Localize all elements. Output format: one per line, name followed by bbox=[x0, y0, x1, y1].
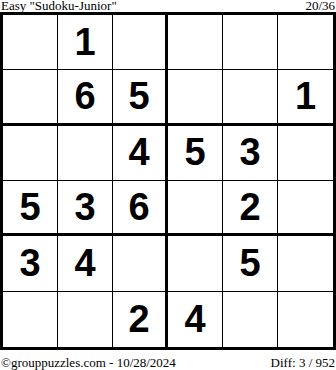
cell-r5c4-empty[interactable] bbox=[168, 236, 223, 291]
cell-r1c1-empty[interactable] bbox=[3, 15, 58, 70]
puzzle-title: Easy "Sudoku-Junior" bbox=[0, 0, 117, 12]
cell-r3c1-empty[interactable] bbox=[3, 126, 58, 181]
cell-r6c5-empty[interactable] bbox=[223, 292, 278, 347]
cell-r3c4-given: 5 bbox=[168, 126, 223, 181]
cell-r5c5-given: 5 bbox=[223, 236, 278, 291]
cell-r1c4-empty[interactable] bbox=[168, 15, 223, 70]
cell-r5c1-given: 3 bbox=[3, 236, 58, 291]
cell-r4c5-given: 2 bbox=[223, 181, 278, 236]
difficulty-text: Diff: 3 / 952 bbox=[271, 355, 336, 370]
cell-r3c2-empty[interactable] bbox=[58, 126, 113, 181]
cell-r4c3-given: 6 bbox=[113, 181, 168, 236]
cell-r2c5-empty[interactable] bbox=[223, 70, 278, 125]
puzzle-page: Easy "Sudoku-Junior" 20/36 1651453536234… bbox=[0, 0, 336, 370]
empty-cell-counter: 20/36 bbox=[305, 0, 336, 12]
cell-r5c3-empty[interactable] bbox=[113, 236, 168, 291]
footer: ©grouppuzzles.com - 10/28/2024 Diff: 3 /… bbox=[0, 352, 336, 370]
cell-r6c3-given: 2 bbox=[113, 292, 168, 347]
cell-r2c2-given: 6 bbox=[58, 70, 113, 125]
cell-r4c2-given: 3 bbox=[58, 181, 113, 236]
cell-r6c6-empty[interactable] bbox=[278, 292, 333, 347]
cell-r5c6-empty[interactable] bbox=[278, 236, 333, 291]
cell-r4c6-empty[interactable] bbox=[278, 181, 333, 236]
cell-r2c1-empty[interactable] bbox=[3, 70, 58, 125]
cell-r2c6-given: 1 bbox=[278, 70, 333, 125]
cell-r3c3-given: 4 bbox=[113, 126, 168, 181]
header: Easy "Sudoku-Junior" 20/36 bbox=[0, 0, 336, 12]
cell-r3c5-given: 3 bbox=[223, 126, 278, 181]
cell-r1c5-empty[interactable] bbox=[223, 15, 278, 70]
cell-r4c1-given: 5 bbox=[3, 181, 58, 236]
sudoku-board: 1651453536234524 bbox=[0, 12, 336, 350]
cell-r2c4-empty[interactable] bbox=[168, 70, 223, 125]
cell-r2c3-given: 5 bbox=[113, 70, 168, 125]
copyright-text: ©grouppuzzles.com - 10/28/2024 bbox=[0, 355, 176, 370]
cell-r3c6-empty[interactable] bbox=[278, 126, 333, 181]
cell-r4c4-empty[interactable] bbox=[168, 181, 223, 236]
cell-r5c2-given: 4 bbox=[58, 236, 113, 291]
cell-r6c1-empty[interactable] bbox=[3, 292, 58, 347]
cell-r1c6-empty[interactable] bbox=[278, 15, 333, 70]
cell-r6c2-empty[interactable] bbox=[58, 292, 113, 347]
cell-r1c2-given: 1 bbox=[58, 15, 113, 70]
cell-r6c4-given: 4 bbox=[168, 292, 223, 347]
cell-r1c3-empty[interactable] bbox=[113, 15, 168, 70]
